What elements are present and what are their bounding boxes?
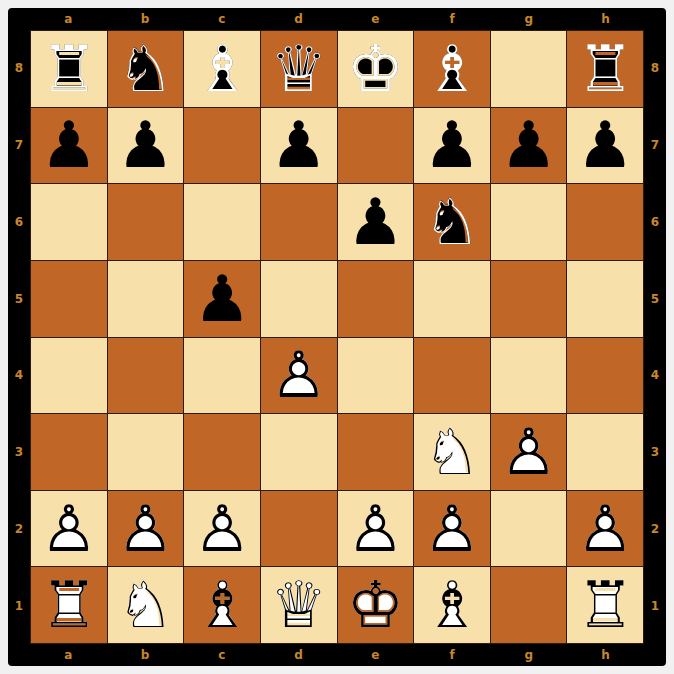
white-rook-icon: ♜♖	[567, 567, 643, 643]
rank-label-left-8: 8	[8, 30, 30, 107]
square-c3[interactable]	[184, 414, 260, 490]
square-d1[interactable]: ♛♕	[261, 567, 337, 643]
white-rook-icon: ♜♖	[31, 567, 107, 643]
white-king-icon: ♚♔	[338, 567, 414, 643]
board-frame: abcdefgh 87654321 ♜♖♞♘♝♗♛♕♚♔♝♗♜♖♟♟♟♟♟♟♟♞…	[8, 8, 666, 666]
square-f2[interactable]: ♟♙	[414, 491, 490, 567]
square-f5[interactable]	[414, 261, 490, 337]
square-f8[interactable]: ♝♗	[414, 31, 490, 107]
rank-label-right-6: 6	[644, 184, 666, 261]
square-a3[interactable]	[31, 414, 107, 490]
black-pawn-icon: ♟	[338, 184, 414, 260]
square-c5[interactable]: ♟	[184, 261, 260, 337]
square-e7[interactable]	[338, 108, 414, 184]
white-pawn-icon: ♟♙	[491, 414, 567, 490]
rank-label-right-8: 8	[644, 30, 666, 107]
square-b5[interactable]	[108, 261, 184, 337]
square-e3[interactable]	[338, 414, 414, 490]
file-label-bottom-d: d	[260, 644, 337, 666]
rank-label-left-1: 1	[8, 567, 30, 644]
square-g1[interactable]	[491, 567, 567, 643]
file-label-bottom-g: g	[491, 644, 568, 666]
square-b7[interactable]: ♟	[108, 108, 184, 184]
square-c7[interactable]	[184, 108, 260, 184]
black-pawn-icon: ♟	[31, 108, 107, 184]
rank-label-left-6: 6	[8, 184, 30, 261]
square-c1[interactable]: ♝♗	[184, 567, 260, 643]
file-label-bottom-f: f	[414, 644, 491, 666]
file-label-bottom-h: h	[567, 644, 644, 666]
file-labels-bottom: abcdefgh	[30, 644, 644, 666]
square-h8[interactable]: ♜♖	[567, 31, 643, 107]
white-pawn-icon: ♟♙	[414, 491, 490, 567]
rank-label-left-5: 5	[8, 260, 30, 337]
square-a5[interactable]	[31, 261, 107, 337]
square-g3[interactable]: ♟♙	[491, 414, 567, 490]
file-label-top-d: d	[260, 8, 337, 30]
square-b8[interactable]: ♞♘	[108, 31, 184, 107]
square-h7[interactable]: ♟	[567, 108, 643, 184]
square-h4[interactable]	[567, 338, 643, 414]
square-g8[interactable]	[491, 31, 567, 107]
square-e2[interactable]: ♟♙	[338, 491, 414, 567]
file-label-top-c: c	[184, 8, 261, 30]
square-e6[interactable]: ♟	[338, 184, 414, 260]
black-bishop-icon: ♝♗	[184, 31, 260, 107]
square-d2[interactable]	[261, 491, 337, 567]
square-h2[interactable]: ♟♙	[567, 491, 643, 567]
black-pawn-icon: ♟	[108, 108, 184, 184]
square-g6[interactable]	[491, 184, 567, 260]
black-pawn-icon: ♟	[414, 108, 490, 184]
square-d7[interactable]: ♟	[261, 108, 337, 184]
file-label-top-f: f	[414, 8, 491, 30]
white-pawn-icon: ♟♙	[108, 491, 184, 567]
black-bishop-icon: ♝♗	[414, 31, 490, 107]
black-rook-icon: ♜♖	[567, 31, 643, 107]
black-knight-icon: ♞♘	[108, 31, 184, 107]
square-h3[interactable]	[567, 414, 643, 490]
black-knight-icon: ♞♘	[414, 184, 490, 260]
square-d4[interactable]: ♟♙	[261, 338, 337, 414]
square-h6[interactable]	[567, 184, 643, 260]
square-a1[interactable]: ♜♖	[31, 567, 107, 643]
square-f7[interactable]: ♟	[414, 108, 490, 184]
file-label-bottom-c: c	[184, 644, 261, 666]
square-c4[interactable]	[184, 338, 260, 414]
square-c6[interactable]	[184, 184, 260, 260]
board: ♜♖♞♘♝♗♛♕♚♔♝♗♜♖♟♟♟♟♟♟♟♞♘♟♟♙♞♘♟♙♟♙♟♙♟♙♟♙♟♙…	[30, 30, 644, 644]
square-a8[interactable]: ♜♖	[31, 31, 107, 107]
square-a7[interactable]: ♟	[31, 108, 107, 184]
rank-labels-right: 87654321	[644, 30, 666, 644]
white-pawn-icon: ♟♙	[338, 491, 414, 567]
square-g2[interactable]	[491, 491, 567, 567]
square-b2[interactable]: ♟♙	[108, 491, 184, 567]
rank-label-left-3: 3	[8, 414, 30, 491]
file-label-top-h: h	[567, 8, 644, 30]
rank-labels-left: 87654321	[8, 30, 30, 644]
square-g7[interactable]: ♟	[491, 108, 567, 184]
white-bishop-icon: ♝♗	[184, 567, 260, 643]
black-pawn-icon: ♟	[567, 108, 643, 184]
black-rook-icon: ♜♖	[31, 31, 107, 107]
square-e4[interactable]	[338, 338, 414, 414]
black-queen-icon: ♛♕	[261, 31, 337, 107]
square-b4[interactable]	[108, 338, 184, 414]
white-knight-icon: ♞♘	[414, 414, 490, 490]
file-label-bottom-a: a	[30, 644, 107, 666]
rank-label-right-2: 2	[644, 491, 666, 568]
white-pawn-icon: ♟♙	[31, 491, 107, 567]
square-c8[interactable]: ♝♗	[184, 31, 260, 107]
white-pawn-icon: ♟♙	[184, 491, 260, 567]
file-label-bottom-e: e	[337, 644, 414, 666]
square-d3[interactable]	[261, 414, 337, 490]
square-a6[interactable]	[31, 184, 107, 260]
white-pawn-icon: ♟♙	[567, 491, 643, 567]
white-bishop-icon: ♝♗	[414, 567, 490, 643]
rank-label-left-4: 4	[8, 337, 30, 414]
rank-label-right-3: 3	[644, 414, 666, 491]
square-f6[interactable]: ♞♘	[414, 184, 490, 260]
square-e8[interactable]: ♚♔	[338, 31, 414, 107]
square-a2[interactable]: ♟♙	[31, 491, 107, 567]
file-label-top-g: g	[491, 8, 568, 30]
white-queen-icon: ♛♕	[261, 567, 337, 643]
square-b1[interactable]: ♞♘	[108, 567, 184, 643]
square-c2[interactable]: ♟♙	[184, 491, 260, 567]
rank-label-right-1: 1	[644, 567, 666, 644]
rank-label-right-7: 7	[644, 107, 666, 184]
black-pawn-icon: ♟	[491, 108, 567, 184]
white-pawn-icon: ♟♙	[261, 338, 337, 414]
rank-label-left-2: 2	[8, 491, 30, 568]
square-e5[interactable]	[338, 261, 414, 337]
file-labels-top: abcdefgh	[30, 8, 644, 30]
square-b3[interactable]	[108, 414, 184, 490]
square-h1[interactable]: ♜♖	[567, 567, 643, 643]
rank-label-left-7: 7	[8, 107, 30, 184]
square-h5[interactable]	[567, 261, 643, 337]
rank-label-right-4: 4	[644, 337, 666, 414]
black-king-icon: ♚♔	[338, 31, 414, 107]
black-pawn-icon: ♟	[261, 108, 337, 184]
square-g4[interactable]	[491, 338, 567, 414]
square-e1[interactable]: ♚♔	[338, 567, 414, 643]
square-d5[interactable]	[261, 261, 337, 337]
square-f1[interactable]: ♝♗	[414, 567, 490, 643]
square-f3[interactable]: ♞♘	[414, 414, 490, 490]
square-d6[interactable]	[261, 184, 337, 260]
square-b6[interactable]	[108, 184, 184, 260]
rank-label-right-5: 5	[644, 260, 666, 337]
file-label-bottom-b: b	[107, 644, 184, 666]
black-pawn-icon: ♟	[184, 261, 260, 337]
file-label-top-b: b	[107, 8, 184, 30]
square-f4[interactable]	[414, 338, 490, 414]
white-knight-icon: ♞♘	[108, 567, 184, 643]
square-d8[interactable]: ♛♕	[261, 31, 337, 107]
square-a4[interactable]	[31, 338, 107, 414]
file-label-top-e: e	[337, 8, 414, 30]
file-label-top-a: a	[30, 8, 107, 30]
square-g5[interactable]	[491, 261, 567, 337]
